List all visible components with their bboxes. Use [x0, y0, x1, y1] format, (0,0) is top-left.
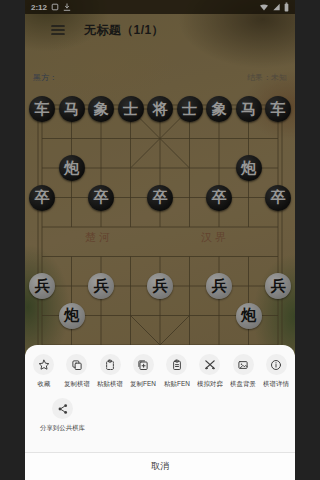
action-label: 棋盘背景 [230, 379, 256, 388]
action-share[interactable]: 分享到公共棋库 [38, 398, 87, 433]
action-label: 棋谱详情 [263, 379, 289, 388]
action-label: 粘贴棋谱 [97, 379, 123, 388]
bottom-sheet: 收藏复制棋谱粘贴棋谱复制FEN粘贴FEN模拟对弈棋盘背景棋谱详情 分享到公共棋库 [25, 345, 295, 452]
action-crossed-swords[interactable]: 模拟对弈 [193, 354, 226, 389]
action-copy-plus[interactable]: 复制FEN [127, 354, 160, 389]
screen: 2:12 无标题（1/1） 黑方： 结果：未知 楚河 汉界 车马象士将士象马车炮… [25, 0, 295, 480]
copy-plus-icon [133, 354, 154, 375]
action-label: 分享到公共棋库 [40, 423, 85, 432]
cancel-button[interactable]: 取消 [25, 453, 295, 480]
action-label: 模拟对弈 [197, 379, 223, 388]
action-label: 收藏 [37, 379, 50, 388]
action-row: 收藏复制棋谱粘贴棋谱复制FEN粘贴FEN模拟对弈棋盘背景棋谱详情 [25, 345, 295, 389]
info-icon [266, 354, 287, 375]
action-clipboard[interactable]: 粘贴棋谱 [94, 354, 127, 389]
action-label: 复制棋谱 [64, 379, 90, 388]
action-clipboard-text[interactable]: 粘贴FEN [160, 354, 193, 389]
action-info[interactable]: 棋谱详情 [260, 354, 293, 389]
action-star[interactable]: 收藏 [27, 354, 60, 389]
image-icon [233, 354, 254, 375]
action-label: 粘贴FEN [164, 379, 190, 388]
copy-icon [66, 354, 87, 375]
action-image[interactable]: 棋盘背景 [227, 354, 260, 389]
star-icon [33, 354, 54, 375]
crossed-swords-icon [199, 354, 220, 375]
clipboard-icon [100, 354, 121, 375]
cancel-label: 取消 [151, 460, 169, 473]
clipboard-text-icon [166, 354, 187, 375]
action-copy[interactable]: 复制棋谱 [60, 354, 93, 389]
action-label: 复制FEN [130, 379, 156, 388]
share-row: 分享到公共棋库 [25, 389, 295, 433]
share-icon [52, 398, 73, 419]
